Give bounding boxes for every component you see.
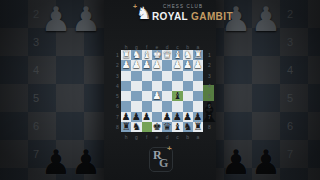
background-square — [308, 28, 320, 56]
background-square — [224, 84, 252, 112]
monogram-plus-icon: + — [167, 144, 172, 153]
piece-wP-e5[interactable]: ♟ — [152, 91, 161, 101]
square-d6[interactable] — [162, 101, 172, 111]
background-square — [0, 84, 28, 112]
background-black-pawn-icon: ♟ — [71, 145, 101, 179]
square-e2[interactable]: ♟ — [152, 60, 162, 70]
square-d5[interactable] — [162, 91, 172, 101]
rank-label-8: 8 — [113, 124, 123, 130]
square-a2[interactable]: ♟ — [193, 60, 203, 70]
square-f8[interactable] — [142, 122, 152, 132]
file-label-b: b — [183, 44, 193, 50]
rank-label-3: 3 — [113, 73, 123, 79]
brand-tagline: CHESS CLUB — [161, 4, 205, 9]
square-g2[interactable]: ♟ — [131, 60, 141, 70]
knight-logo-icon: ♞ — [136, 5, 151, 23]
square-h5[interactable] — [121, 91, 131, 101]
background-square — [0, 168, 28, 180]
background-rank-number: 5 — [284, 92, 296, 104]
background-square — [224, 56, 252, 84]
file-label-e: e — [152, 44, 162, 50]
rank-label-7: 7 — [205, 114, 215, 120]
square-e8[interactable]: ♚ — [152, 122, 162, 132]
piece-wP-a2[interactable]: ♟ — [193, 60, 202, 70]
square-d1[interactable]: ♛ — [162, 50, 172, 60]
file-label-g: g — [131, 134, 141, 140]
square-f6[interactable] — [142, 101, 152, 111]
brand-name-royal: ROYAL — [152, 11, 188, 22]
background-black-pawn-icon: ♟ — [221, 145, 251, 179]
square-c2[interactable]: ♟ — [172, 60, 182, 70]
square-e6[interactable] — [152, 101, 162, 111]
square-f4[interactable] — [142, 81, 152, 91]
square-c6[interactable] — [172, 101, 182, 111]
background-rank-number: 5 — [30, 92, 42, 104]
square-e5[interactable]: ♟ — [152, 91, 162, 101]
rank-label-7: 7 — [113, 114, 123, 120]
background-rank-number: 7 — [284, 148, 296, 160]
square-e3[interactable] — [152, 71, 162, 81]
file-label-f: f — [142, 44, 152, 50]
square-b3[interactable] — [183, 71, 193, 81]
square-h4[interactable] — [121, 81, 131, 91]
piece-bK-e8[interactable]: ♚ — [152, 122, 161, 132]
rank-label-5: 5 — [205, 93, 215, 99]
square-a5[interactable] — [193, 91, 203, 101]
square-b6[interactable] — [183, 101, 193, 111]
square-b2[interactable]: ♟ — [183, 60, 193, 70]
file-label-a: a — [193, 134, 203, 140]
square-c3[interactable] — [172, 71, 182, 81]
brand-logo: + ♞ CHESS CLUB ROYAL GAMBIT — [0, 0, 320, 30]
file-label-e: e — [152, 134, 162, 140]
rank-label-5: 5 — [113, 93, 123, 99]
background-square — [252, 84, 280, 112]
chess-board[interactable]: ♜♞♝♚♛♝♞♜♟♟♟♟♟♟♟♟♝♟♟♟♟♟♟♟♜♞♚♛♝♞♜ — [121, 50, 203, 132]
video-frame: 223344556677 ♟♟♟♟♟♟♟♟ ♝ + ♞ CHESS CLUB R… — [0, 0, 320, 180]
background-square — [280, 168, 308, 180]
background-square — [0, 140, 28, 168]
background-square — [252, 56, 280, 84]
background-rank-number: 3 — [284, 36, 296, 48]
piece-bB-c8[interactable]: ♝ — [173, 122, 182, 132]
background-square — [224, 112, 252, 140]
file-label-a: a — [193, 44, 203, 50]
background-square — [0, 112, 28, 140]
square-a6[interactable] — [193, 101, 203, 111]
rank-label-8: 8 — [205, 124, 215, 130]
piece-bR-h8[interactable]: ♜ — [122, 122, 131, 132]
square-h3[interactable] — [121, 71, 131, 81]
background-square — [56, 56, 84, 84]
monogram-logo: + R G — [149, 147, 173, 172]
square-h2[interactable]: ♟ — [121, 60, 131, 70]
background-rank-number: 6 — [284, 120, 296, 132]
background-rank-number: 6 — [30, 120, 42, 132]
piece-wP-h2[interactable]: ♟ — [122, 60, 131, 70]
piece-bR-a8[interactable]: ♜ — [193, 122, 202, 132]
piece-bQ-d8[interactable]: ♛ — [163, 122, 172, 132]
file-label-g: g — [131, 44, 141, 50]
file-label-b: b — [183, 134, 193, 140]
square-h6[interactable] — [121, 101, 131, 111]
background-square — [0, 28, 28, 56]
background-square — [308, 112, 320, 140]
square-g5[interactable] — [131, 91, 141, 101]
rank-label-4: 4 — [113, 83, 123, 89]
piece-bN-b8[interactable]: ♞ — [183, 122, 192, 132]
background-square — [308, 84, 320, 112]
piece-bB-c5[interactable]: ♝ — [173, 91, 182, 101]
file-label-d: d — [162, 44, 172, 50]
background-black-pawn-icon: ♟ — [41, 145, 71, 179]
square-d8[interactable]: ♛ — [162, 122, 172, 132]
piece-wP-b2[interactable]: ♟ — [183, 60, 192, 70]
square-a8[interactable]: ♜ — [193, 122, 203, 132]
square-d3[interactable] — [162, 71, 172, 81]
square-g8[interactable]: ♞ — [131, 122, 141, 132]
square-f3[interactable] — [142, 71, 152, 81]
monogram-letter-g: G — [159, 156, 168, 171]
square-d4[interactable] — [162, 81, 172, 91]
file-label-c: c — [172, 44, 182, 50]
square-a4[interactable] — [193, 81, 203, 91]
square-f7[interactable]: ♟ — [142, 112, 152, 122]
file-label-f: f — [142, 134, 152, 140]
square-g6[interactable] — [131, 101, 141, 111]
rank-label-6: 6 — [205, 103, 215, 109]
square-d2[interactable] — [162, 60, 172, 70]
rank-label-2: 2 — [205, 62, 215, 68]
brand-name-gambit: GAMBIT — [191, 11, 233, 22]
square-b5[interactable] — [183, 91, 193, 101]
square-c5[interactable]: ♝ — [172, 91, 182, 101]
background-rank-number: 4 — [30, 64, 42, 76]
background-square — [56, 112, 84, 140]
rank-label-3: 3 — [205, 73, 215, 79]
square-a3[interactable] — [193, 71, 203, 81]
file-label-d: d — [162, 134, 172, 140]
file-label-h: h — [121, 134, 131, 140]
square-f5[interactable] — [142, 91, 152, 101]
square-h8[interactable]: ♜ — [121, 122, 131, 132]
background-square — [252, 112, 280, 140]
brand-name: ROYAL GAMBIT — [152, 11, 216, 22]
rank-label-4: 4 — [205, 83, 215, 89]
background-square — [308, 168, 320, 180]
background-square — [308, 56, 320, 84]
background-black-pawn-icon: ♟ — [251, 145, 281, 179]
square-g3[interactable] — [131, 71, 141, 81]
background-square — [308, 140, 320, 168]
rank-label-1: 1 — [113, 52, 123, 58]
rank-label-1: 1 — [205, 52, 215, 58]
file-label-h: h — [121, 44, 131, 50]
piece-wQ-d1[interactable]: ♛ — [163, 50, 172, 60]
square-f2[interactable]: ♟ — [142, 60, 152, 70]
piece-wP-f2[interactable]: ♟ — [142, 60, 151, 70]
background-rank-number: 4 — [284, 64, 296, 76]
piece-wP-g2[interactable]: ♟ — [132, 60, 141, 70]
background-square — [56, 84, 84, 112]
square-g4[interactable] — [131, 81, 141, 91]
background-square — [0, 56, 28, 84]
file-label-c: c — [172, 134, 182, 140]
rank-label-2: 2 — [113, 62, 123, 68]
square-b8[interactable]: ♞ — [183, 122, 193, 132]
piece-bP-f7[interactable]: ♟ — [142, 112, 151, 122]
square-b4[interactable] — [183, 81, 193, 91]
piece-wP-e2[interactable]: ♟ — [152, 60, 161, 70]
square-c8[interactable]: ♝ — [172, 122, 182, 132]
piece-bN-g8[interactable]: ♞ — [132, 122, 141, 132]
piece-wP-c2[interactable]: ♟ — [173, 60, 182, 70]
rank-label-6: 6 — [113, 103, 123, 109]
